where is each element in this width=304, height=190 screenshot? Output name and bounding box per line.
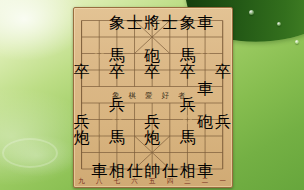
piece-glyph: 仕 xyxy=(162,161,178,180)
piece-red-4-7[interactable]: 炮 xyxy=(144,128,160,144)
piece-glyph: 卒 xyxy=(74,62,90,81)
piece-black-6-3[interactable]: 卒 xyxy=(180,62,196,78)
piece-black-5-0[interactable]: 士 xyxy=(162,13,178,29)
piece-black-6-2[interactable]: 馬 xyxy=(180,46,196,62)
piece-black-0-3[interactable]: 卒 xyxy=(74,62,90,78)
piece-glyph: 馬 xyxy=(180,128,196,147)
piece-black-2-0[interactable]: 象 xyxy=(109,13,125,29)
piece-black-7-4[interactable]: 車 xyxy=(197,79,213,95)
piece-glyph: 相 xyxy=(180,161,196,180)
piece-black-4-2[interactable]: 砲 xyxy=(144,46,160,62)
piece-black-4-0[interactable]: 將 xyxy=(144,13,160,29)
piece-red-0-6[interactable]: 兵 xyxy=(74,112,90,128)
piece-glyph: 馬 xyxy=(109,128,125,147)
file-label: 一 xyxy=(217,177,229,186)
piece-glyph: 象 xyxy=(180,13,196,32)
piece-black-3-0[interactable]: 士 xyxy=(127,13,143,29)
piece-black-8-3[interactable]: 卒 xyxy=(215,62,231,78)
piece-glyph: 車 xyxy=(197,79,213,98)
piece-glyph: 卒 xyxy=(180,62,196,81)
piece-red-8-6[interactable]: 兵 xyxy=(215,112,231,128)
piece-red-4-9[interactable]: 帥 xyxy=(144,161,160,177)
piece-glyph: 炮 xyxy=(74,128,90,147)
water-ripple xyxy=(2,138,58,168)
piece-glyph: 卒 xyxy=(144,62,160,81)
piece-glyph: 兵 xyxy=(215,112,231,131)
piece-glyph: 兵 xyxy=(180,95,196,114)
water-droplet xyxy=(277,22,281,26)
piece-black-6-0[interactable]: 象 xyxy=(180,13,196,29)
piece-red-4-6[interactable]: 兵 xyxy=(144,112,160,128)
piece-glyph: 卒 xyxy=(215,62,231,81)
piece-black-2-3[interactable]: 卒 xyxy=(109,62,125,78)
piece-glyph: 象 xyxy=(109,13,125,32)
piece-red-3-9[interactable]: 仕 xyxy=(127,161,143,177)
piece-red-2-7[interactable]: 馬 xyxy=(109,128,125,144)
piece-red-1-9[interactable]: 車 xyxy=(91,161,107,177)
piece-glyph: 仕 xyxy=(127,161,143,180)
piece-red-6-9[interactable]: 相 xyxy=(180,161,196,177)
piece-red-2-9[interactable]: 相 xyxy=(109,161,125,177)
piece-glyph: 士 xyxy=(127,13,143,32)
piece-red-6-5[interactable]: 兵 xyxy=(180,95,196,111)
piece-glyph: 卒 xyxy=(109,62,125,81)
piece-black-7-6[interactable]: 砲 xyxy=(197,112,213,128)
piece-glyph: 兵 xyxy=(109,95,125,114)
piece-red-6-7[interactable]: 馬 xyxy=(180,128,196,144)
water-droplet xyxy=(249,10,254,15)
video-frame: 象棋愛好者 九八七六五四三二一 象士將士象車馬砲馬卒卒卒卒卒車砲兵兵兵兵兵炮馬炮… xyxy=(0,0,304,190)
piece-glyph: 砲 xyxy=(197,112,213,131)
piece-glyph: 車 xyxy=(197,13,213,32)
piece-glyph: 士 xyxy=(162,13,178,32)
piece-red-5-9[interactable]: 仕 xyxy=(162,161,178,177)
piece-glyph: 炮 xyxy=(144,128,160,147)
piece-red-7-9[interactable]: 車 xyxy=(197,161,213,177)
piece-glyph: 將 xyxy=(144,13,160,32)
piece-black-7-0[interactable]: 車 xyxy=(197,13,213,29)
xiangqi-board[interactable]: 象棋愛好者 九八七六五四三二一 象士將士象車馬砲馬卒卒卒卒卒車砲兵兵兵兵兵炮馬炮… xyxy=(73,7,233,188)
piece-black-4-3[interactable]: 卒 xyxy=(144,62,160,78)
piece-glyph: 帥 xyxy=(144,161,160,180)
piece-glyph: 車 xyxy=(197,161,213,180)
piece-black-2-2[interactable]: 馬 xyxy=(109,46,125,62)
piece-red-0-7[interactable]: 炮 xyxy=(74,128,90,144)
piece-glyph: 相 xyxy=(109,161,125,180)
piece-glyph: 車 xyxy=(91,161,107,180)
file-label: 九 xyxy=(76,177,88,186)
water-droplet xyxy=(295,40,299,44)
piece-red-2-5[interactable]: 兵 xyxy=(109,95,125,111)
